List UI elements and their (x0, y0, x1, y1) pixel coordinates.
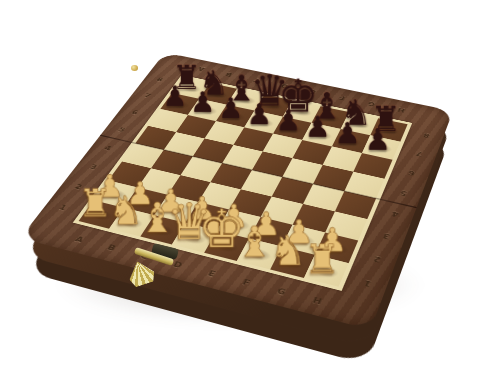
coordinate-label: A (58, 229, 100, 251)
square-d5 (222, 145, 263, 170)
product-photo-chess-set: ♜♞♝♛♚♝♞♜♟♟♟♟♟♟♟♟♟♟♟♟♟♟♟♟♜♞♝♛♚♝♞♜ ABCDEFG… (0, 0, 500, 375)
piece-black-pawn-a7: ♟ (162, 83, 187, 111)
folding-chess-box: ♜♞♝♛♚♝♞♜♟♟♟♟♟♟♟♟♟♟♟♟♟♟♟♟♜♞♝♛♚♝♞♜ ABCDEFG… (20, 52, 453, 329)
latch-clasp (125, 258, 157, 289)
piece-white-rook-h1: ♜ (304, 240, 340, 280)
coordinate-label: 6 (398, 161, 425, 185)
square-h1: ♜ (304, 255, 349, 287)
square-g6 (323, 147, 362, 172)
brass-latch (126, 240, 196, 300)
piece-black-pawn-f7: ♟ (305, 113, 331, 142)
square-h6 (353, 153, 392, 179)
piece-white-bishop-f1: ♝ (236, 221, 274, 263)
brass-fitting (131, 65, 138, 71)
coordinate-label: 1 (351, 269, 383, 299)
playing-surface: ♜♞♝♛♚♝♞♜♟♟♟♟♟♟♟♟♟♟♟♟♟♟♟♟♜♞♝♛♚♝♞♜ (73, 75, 412, 291)
piece-black-pawn-h7: ♟ (365, 126, 391, 155)
coordinate-label: 1 (46, 195, 81, 221)
piece-black-pawn-c7: ♟ (218, 95, 243, 123)
piece-black-pawn-g7: ♟ (334, 119, 360, 148)
coordinate-label: 7 (406, 143, 433, 166)
piece-black-pawn-b7: ♟ (190, 89, 215, 117)
piece-white-knight-g1: ♞ (269, 231, 306, 272)
piece-black-pawn-e7: ♟ (275, 107, 301, 136)
piece-black-pawn-d7: ♟ (247, 101, 273, 130)
coordinate-label: 6 (120, 102, 150, 123)
piece-white-rook-a1: ♜ (78, 185, 112, 223)
coordinate-label: E (190, 262, 232, 286)
square-h5 (344, 172, 384, 199)
coordinate-label: H (296, 289, 339, 314)
